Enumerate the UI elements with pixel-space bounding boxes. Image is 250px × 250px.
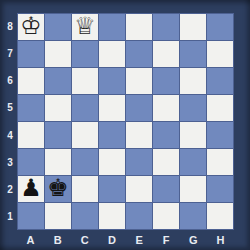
rank-labels: 87654321 — [0, 13, 17, 230]
square-a4[interactable] — [18, 122, 44, 148]
square-a1[interactable] — [18, 203, 44, 229]
file-label-D: D — [98, 231, 125, 248]
white-queen-piece[interactable]: ♕ — [74, 14, 96, 38]
square-c2[interactable] — [72, 176, 98, 202]
square-b8[interactable] — [45, 14, 71, 40]
square-f3[interactable] — [153, 149, 179, 175]
square-c4[interactable] — [72, 122, 98, 148]
square-g3[interactable] — [180, 149, 206, 175]
square-b5[interactable] — [45, 95, 71, 121]
square-a2[interactable]: ♟ — [18, 176, 44, 202]
square-f2[interactable] — [153, 176, 179, 202]
file-labels: ABCDEFGH — [17, 231, 234, 248]
square-b1[interactable] — [45, 203, 71, 229]
square-f5[interactable] — [153, 95, 179, 121]
square-f6[interactable] — [153, 68, 179, 94]
rank-label-6: 6 — [0, 67, 17, 94]
square-d4[interactable] — [99, 122, 125, 148]
square-g7[interactable] — [180, 41, 206, 67]
square-c7[interactable] — [72, 41, 98, 67]
square-e1[interactable] — [126, 203, 152, 229]
square-e6[interactable] — [126, 68, 152, 94]
black-king-piece[interactable]: ♚ — [47, 176, 69, 200]
square-c3[interactable] — [72, 149, 98, 175]
rank-label-7: 7 — [0, 40, 17, 67]
file-label-E: E — [126, 231, 153, 248]
square-b3[interactable] — [45, 149, 71, 175]
square-f8[interactable] — [153, 14, 179, 40]
square-f7[interactable] — [153, 41, 179, 67]
square-h4[interactable] — [207, 122, 233, 148]
square-f1[interactable] — [153, 203, 179, 229]
square-d5[interactable] — [99, 95, 125, 121]
rank-label-5: 5 — [0, 94, 17, 121]
rank-label-1: 1 — [0, 203, 17, 230]
square-c5[interactable] — [72, 95, 98, 121]
square-g2[interactable] — [180, 176, 206, 202]
square-g1[interactable] — [180, 203, 206, 229]
file-label-G: G — [180, 231, 207, 248]
square-a3[interactable] — [18, 149, 44, 175]
rank-label-2: 2 — [0, 176, 17, 203]
square-c6[interactable] — [72, 68, 98, 94]
square-c1[interactable] — [72, 203, 98, 229]
square-g5[interactable] — [180, 95, 206, 121]
square-h8[interactable] — [207, 14, 233, 40]
square-h6[interactable] — [207, 68, 233, 94]
square-g6[interactable] — [180, 68, 206, 94]
square-a6[interactable] — [18, 68, 44, 94]
square-e5[interactable] — [126, 95, 152, 121]
square-b7[interactable] — [45, 41, 71, 67]
square-b6[interactable] — [45, 68, 71, 94]
file-label-C: C — [71, 231, 98, 248]
square-d8[interactable] — [99, 14, 125, 40]
square-e2[interactable] — [126, 176, 152, 202]
square-h1[interactable] — [207, 203, 233, 229]
square-d1[interactable] — [99, 203, 125, 229]
square-e4[interactable] — [126, 122, 152, 148]
square-a5[interactable] — [18, 95, 44, 121]
square-b2[interactable]: ♚ — [45, 176, 71, 202]
square-a7[interactable] — [18, 41, 44, 67]
square-g4[interactable] — [180, 122, 206, 148]
chessboard: ♔♕♟♚ — [17, 13, 234, 230]
square-d3[interactable] — [99, 149, 125, 175]
square-d6[interactable] — [99, 68, 125, 94]
square-c8[interactable]: ♕ — [72, 14, 98, 40]
square-h7[interactable] — [207, 41, 233, 67]
square-e8[interactable] — [126, 14, 152, 40]
square-f4[interactable] — [153, 122, 179, 148]
file-label-B: B — [44, 231, 71, 248]
rank-label-4: 4 — [0, 122, 17, 149]
square-h5[interactable] — [207, 95, 233, 121]
square-a8[interactable]: ♔ — [18, 14, 44, 40]
square-h3[interactable] — [207, 149, 233, 175]
square-d2[interactable] — [99, 176, 125, 202]
square-h2[interactable] — [207, 176, 233, 202]
square-e7[interactable] — [126, 41, 152, 67]
file-label-F: F — [153, 231, 180, 248]
file-label-H: H — [207, 231, 234, 248]
square-b4[interactable] — [45, 122, 71, 148]
rank-label-8: 8 — [0, 13, 17, 40]
chessboard-frame: 87654321 ♔♕♟♚ ABCDEFGH — [0, 0, 250, 250]
square-e3[interactable] — [126, 149, 152, 175]
square-d7[interactable] — [99, 41, 125, 67]
rank-label-3: 3 — [0, 149, 17, 176]
file-label-A: A — [17, 231, 44, 248]
square-g8[interactable] — [180, 14, 206, 40]
white-king-piece[interactable]: ♔ — [20, 14, 42, 38]
black-pawn-piece[interactable]: ♟ — [20, 176, 42, 200]
